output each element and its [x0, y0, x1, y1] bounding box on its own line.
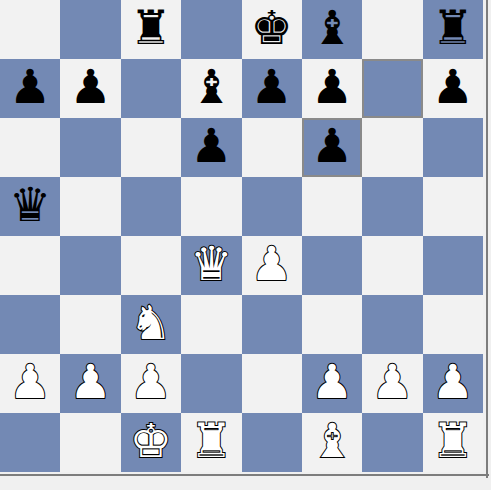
- square-b1[interactable]: [60, 413, 120, 472]
- square-e1[interactable]: [242, 413, 302, 472]
- square-f8[interactable]: ♝: [302, 0, 362, 59]
- piece-black-rook[interactable]: ♜: [432, 4, 474, 51]
- square-c5[interactable]: [121, 177, 181, 236]
- piece-white-pawn[interactable]: ♟: [130, 358, 172, 405]
- square-d1[interactable]: ♜: [181, 413, 241, 472]
- square-a2[interactable]: ♟: [0, 354, 60, 413]
- square-a7[interactable]: ♟: [0, 59, 60, 118]
- piece-white-rook[interactable]: ♜: [432, 417, 474, 464]
- square-f3[interactable]: [302, 295, 362, 354]
- square-a4[interactable]: [0, 236, 60, 295]
- square-c3[interactable]: ♞: [121, 295, 181, 354]
- square-c2[interactable]: ♟: [121, 354, 181, 413]
- square-f4[interactable]: [302, 236, 362, 295]
- square-c7[interactable]: [121, 59, 181, 118]
- square-h4[interactable]: [423, 236, 483, 295]
- piece-black-queen[interactable]: ♛: [9, 181, 51, 228]
- square-b4[interactable]: [60, 236, 120, 295]
- square-e2[interactable]: [242, 354, 302, 413]
- panel-border-right: [486, 0, 488, 478]
- square-g6[interactable]: [362, 118, 422, 177]
- piece-white-pawn[interactable]: ♟: [251, 240, 293, 287]
- square-c8[interactable]: ♜: [121, 0, 181, 59]
- square-c1[interactable]: ♚: [121, 413, 181, 472]
- square-b8[interactable]: [60, 0, 120, 59]
- square-c6[interactable]: [121, 118, 181, 177]
- piece-white-pawn[interactable]: ♟: [69, 358, 111, 405]
- square-e8[interactable]: ♚: [242, 0, 302, 59]
- piece-white-pawn[interactable]: ♟: [371, 358, 413, 405]
- square-a3[interactable]: [0, 295, 60, 354]
- square-f1[interactable]: ♝: [302, 413, 362, 472]
- square-d7[interactable]: ♝: [181, 59, 241, 118]
- square-c4[interactable]: [121, 236, 181, 295]
- square-a6[interactable]: [0, 118, 60, 177]
- chess-board: ♜♚♝♜♟♟♝♟♟♟♟♟♛♛♟♞♟♟♟♟♟♟♚♜♝♜: [0, 0, 483, 472]
- square-h8[interactable]: ♜: [423, 0, 483, 59]
- square-a8[interactable]: [0, 0, 60, 59]
- square-g3[interactable]: [362, 295, 422, 354]
- square-b3[interactable]: [60, 295, 120, 354]
- square-b7[interactable]: ♟: [60, 59, 120, 118]
- piece-black-pawn[interactable]: ♟: [9, 63, 51, 110]
- square-d6[interactable]: ♟: [181, 118, 241, 177]
- piece-white-king[interactable]: ♚: [130, 417, 172, 464]
- square-g5[interactable]: [362, 177, 422, 236]
- square-b6[interactable]: [60, 118, 120, 177]
- square-g7[interactable]: [362, 59, 422, 118]
- piece-black-pawn[interactable]: ♟: [190, 122, 232, 169]
- square-g2[interactable]: ♟: [362, 354, 422, 413]
- piece-black-bishop[interactable]: ♝: [311, 4, 353, 51]
- square-e7[interactable]: ♟: [242, 59, 302, 118]
- square-e6[interactable]: [242, 118, 302, 177]
- piece-black-pawn[interactable]: ♟: [432, 63, 474, 110]
- square-d4[interactable]: ♛: [181, 236, 241, 295]
- square-e5[interactable]: [242, 177, 302, 236]
- square-b2[interactable]: ♟: [60, 354, 120, 413]
- square-h1[interactable]: ♜: [423, 413, 483, 472]
- piece-white-pawn[interactable]: ♟: [9, 358, 51, 405]
- square-d2[interactable]: [181, 354, 241, 413]
- piece-white-bishop[interactable]: ♝: [311, 417, 353, 464]
- piece-white-pawn[interactable]: ♟: [311, 358, 353, 405]
- square-a1[interactable]: [0, 413, 60, 472]
- square-h7[interactable]: ♟: [423, 59, 483, 118]
- panel-border-bottom: [0, 474, 489, 476]
- piece-black-pawn[interactable]: ♟: [69, 63, 111, 110]
- square-g8[interactable]: [362, 0, 422, 59]
- piece-black-rook[interactable]: ♜: [130, 4, 172, 51]
- square-f5[interactable]: [302, 177, 362, 236]
- piece-white-knight[interactable]: ♞: [130, 299, 172, 346]
- square-a5[interactable]: ♛: [0, 177, 60, 236]
- square-g4[interactable]: [362, 236, 422, 295]
- square-e3[interactable]: [242, 295, 302, 354]
- square-d8[interactable]: [181, 0, 241, 59]
- piece-white-queen[interactable]: ♛: [190, 240, 232, 287]
- piece-black-bishop[interactable]: ♝: [190, 63, 232, 110]
- piece-black-pawn[interactable]: ♟: [311, 63, 353, 110]
- piece-black-pawn[interactable]: ♟: [251, 63, 293, 110]
- square-d5[interactable]: [181, 177, 241, 236]
- piece-black-king[interactable]: ♚: [251, 4, 293, 51]
- square-g1[interactable]: [362, 413, 422, 472]
- square-h6[interactable]: [423, 118, 483, 177]
- square-f7[interactable]: ♟: [302, 59, 362, 118]
- square-h3[interactable]: [423, 295, 483, 354]
- chess-app-window: ♜♚♝♜♟♟♝♟♟♟♟♟♛♛♟♞♟♟♟♟♟♟♚♜♝♜: [0, 0, 491, 490]
- square-e4[interactable]: ♟: [242, 236, 302, 295]
- square-b5[interactable]: [60, 177, 120, 236]
- piece-black-pawn[interactable]: ♟: [311, 122, 353, 169]
- square-h5[interactable]: [423, 177, 483, 236]
- piece-white-pawn[interactable]: ♟: [432, 358, 474, 405]
- square-f2[interactable]: ♟: [302, 354, 362, 413]
- piece-white-rook[interactable]: ♜: [190, 417, 232, 464]
- square-f6[interactable]: ♟: [302, 118, 362, 177]
- square-d3[interactable]: [181, 295, 241, 354]
- square-h2[interactable]: ♟: [423, 354, 483, 413]
